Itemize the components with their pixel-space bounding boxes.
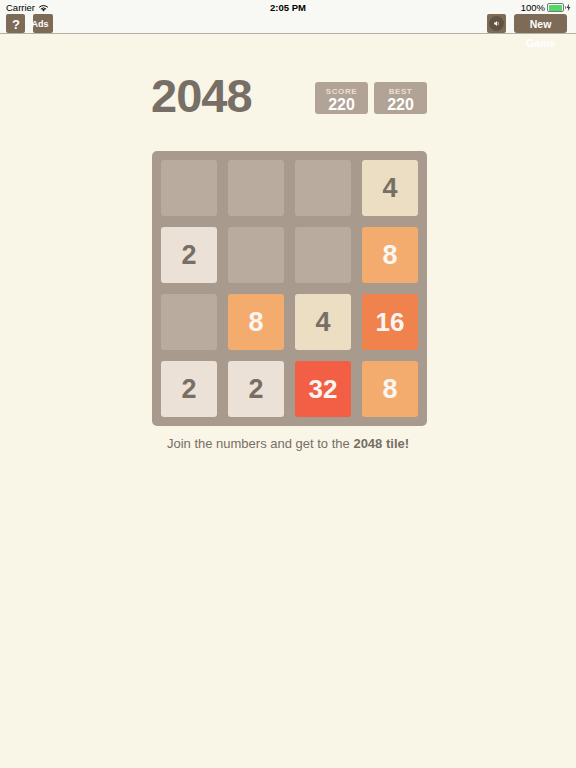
empty-cell [161, 160, 217, 216]
battery-status: 100% [521, 2, 571, 13]
empty-cell [228, 227, 284, 283]
speaker-icon [493, 18, 500, 29]
tile-2: 2 [161, 361, 217, 417]
ads-button[interactable]: Ads [33, 14, 53, 33]
score-value: 220 [315, 96, 368, 113]
empty-cell [295, 227, 351, 283]
tile-16: 16 [362, 294, 418, 350]
best-box: BEST 220 [374, 82, 427, 114]
ads-button-label: Ads [32, 19, 49, 29]
empty-cell [228, 160, 284, 216]
score-box: SCORE 220 [315, 82, 368, 114]
battery-icon [547, 3, 564, 12]
best-label: BEST [374, 87, 427, 96]
tile-2: 2 [161, 227, 217, 283]
clock: 2:05 PM [0, 2, 576, 13]
empty-cell [161, 294, 217, 350]
tile-32: 32 [295, 361, 351, 417]
header-bar: Carrier 2:05 PM 100% ? Ads [0, 0, 576, 34]
charging-bolt-icon [566, 3, 571, 12]
status-bar: Carrier 2:05 PM 100% [0, 1, 576, 13]
tile-4: 4 [295, 294, 351, 350]
battery-percent-label: 100% [521, 2, 545, 13]
game-board[interactable]: 428841622328 [152, 151, 427, 426]
instruction-goal: 2048 tile! [353, 436, 409, 451]
instruction-text: Join the numbers and get to the 2048 til… [0, 436, 576, 451]
tile-8: 8 [228, 294, 284, 350]
best-value: 220 [374, 96, 427, 113]
screen: Carrier 2:05 PM 100% ? Ads [0, 0, 576, 768]
instruction-prefix: Join the numbers and get to the [167, 436, 353, 451]
new-game-button[interactable]: New Game [514, 14, 567, 33]
help-button[interactable]: ? [6, 14, 25, 33]
score-label: SCORE [315, 87, 368, 96]
sound-button[interactable] [487, 14, 506, 33]
empty-cell [295, 160, 351, 216]
page-title: 2048 [151, 72, 252, 120]
tile-8: 8 [362, 361, 418, 417]
tile-2: 2 [228, 361, 284, 417]
tile-4: 4 [362, 160, 418, 216]
score-panel: SCORE 220 BEST 220 [315, 82, 427, 114]
tile-8: 8 [362, 227, 418, 283]
